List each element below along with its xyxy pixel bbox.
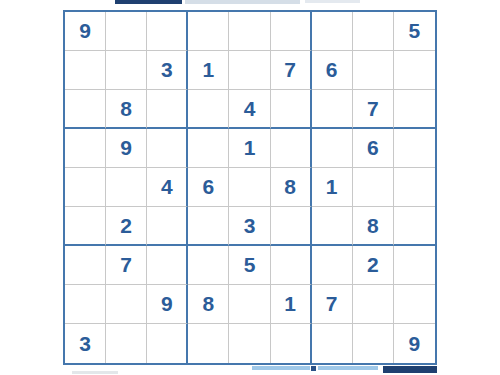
cell-r6c7[interactable] [312, 207, 353, 246]
cell-r4c2[interactable]: 9 [106, 129, 147, 168]
cell-r8c8[interactable] [353, 285, 394, 324]
cell-r8c6[interactable]: 1 [271, 285, 312, 324]
cell-r4c9[interactable] [394, 129, 435, 168]
cell-r9c6[interactable] [271, 324, 312, 363]
cell-r9c4[interactable] [188, 324, 229, 363]
cell-r4c3[interactable] [147, 129, 188, 168]
cell-r1c1[interactable]: 9 [65, 12, 106, 51]
cell-r7c1[interactable] [65, 246, 106, 285]
cell-r4c8[interactable]: 6 [353, 129, 394, 168]
cell-r4c6[interactable] [271, 129, 312, 168]
cell-r5c9[interactable] [394, 168, 435, 207]
cell-r6c9[interactable] [394, 207, 435, 246]
cell-r8c3[interactable]: 9 [147, 285, 188, 324]
cell-r2c8[interactable] [353, 51, 394, 90]
clipped-text-artifact-bottom-tick [311, 366, 316, 371]
cell-r4c1[interactable] [65, 129, 106, 168]
cell-r3c2[interactable]: 8 [106, 90, 147, 129]
cell-r1c5[interactable] [229, 12, 270, 51]
cell-r6c4[interactable] [188, 207, 229, 246]
cell-r1c3[interactable] [147, 12, 188, 51]
cell-r7c7[interactable] [312, 246, 353, 285]
cell-r9c2[interactable] [106, 324, 147, 363]
cell-r2c7[interactable]: 6 [312, 51, 353, 90]
cell-r9c3[interactable] [147, 324, 188, 363]
cell-r7c3[interactable] [147, 246, 188, 285]
cell-r6c2[interactable]: 2 [106, 207, 147, 246]
cell-r9c7[interactable] [312, 324, 353, 363]
sudoku-board: 9531768479164681238752981739 [63, 10, 437, 365]
cell-r1c2[interactable] [106, 12, 147, 51]
clipped-text-artifact-bottom-dark [383, 366, 437, 373]
cell-r5c5[interactable] [229, 168, 270, 207]
cell-r2c4[interactable]: 1 [188, 51, 229, 90]
cell-r3c3[interactable] [147, 90, 188, 129]
cell-r7c4[interactable] [188, 246, 229, 285]
cell-r3c6[interactable] [271, 90, 312, 129]
cell-r6c1[interactable] [65, 207, 106, 246]
cell-r9c9[interactable]: 9 [394, 324, 435, 363]
clipped-text-artifact-top [115, 0, 182, 4]
cell-r8c2[interactable] [106, 285, 147, 324]
cell-r3c8[interactable]: 7 [353, 90, 394, 129]
cell-r5c6[interactable]: 8 [271, 168, 312, 207]
cell-r4c4[interactable] [188, 129, 229, 168]
cell-r2c1[interactable] [65, 51, 106, 90]
cell-r6c8[interactable]: 8 [353, 207, 394, 246]
cell-r5c4[interactable]: 6 [188, 168, 229, 207]
cell-r2c3[interactable]: 3 [147, 51, 188, 90]
cell-r6c6[interactable] [271, 207, 312, 246]
cell-r5c7[interactable]: 1 [312, 168, 353, 207]
cell-r7c5[interactable]: 5 [229, 246, 270, 285]
cell-r5c2[interactable] [106, 168, 147, 207]
cell-r1c6[interactable] [271, 12, 312, 51]
cell-r5c1[interactable] [65, 168, 106, 207]
cell-r8c5[interactable] [229, 285, 270, 324]
cell-r8c9[interactable] [394, 285, 435, 324]
cell-r5c8[interactable] [353, 168, 394, 207]
cell-r2c2[interactable] [106, 51, 147, 90]
cell-r2c5[interactable] [229, 51, 270, 90]
cell-r8c4[interactable]: 8 [188, 285, 229, 324]
cell-r1c7[interactable] [312, 12, 353, 51]
cell-r7c6[interactable] [271, 246, 312, 285]
cell-r8c1[interactable] [65, 285, 106, 324]
cell-r1c9[interactable]: 5 [394, 12, 435, 51]
cell-r6c3[interactable] [147, 207, 188, 246]
cell-r1c4[interactable] [188, 12, 229, 51]
clipped-text-artifact-bottom-faint [72, 371, 118, 374]
cell-r3c4[interactable] [188, 90, 229, 129]
cell-r2c9[interactable] [394, 51, 435, 90]
cell-r3c9[interactable] [394, 90, 435, 129]
cell-r9c5[interactable] [229, 324, 270, 363]
cell-r4c5[interactable]: 1 [229, 129, 270, 168]
cell-r4c7[interactable] [312, 129, 353, 168]
sudoku-page: 9531768479164681238752981739 [0, 0, 500, 375]
cell-r9c1[interactable]: 3 [65, 324, 106, 363]
cell-r8c7[interactable]: 7 [312, 285, 353, 324]
cell-r1c8[interactable] [353, 12, 394, 51]
cell-r7c8[interactable]: 2 [353, 246, 394, 285]
cell-r6c5[interactable]: 3 [229, 207, 270, 246]
clipped-text-artifact-top-faint [185, 0, 300, 4]
clipped-text-artifact-bottom-light2 [318, 366, 378, 370]
cell-r3c5[interactable]: 4 [229, 90, 270, 129]
cell-r7c9[interactable] [394, 246, 435, 285]
cell-r5c3[interactable]: 4 [147, 168, 188, 207]
cell-r7c2[interactable]: 7 [106, 246, 147, 285]
clipped-text-artifact-bottom-light1 [252, 366, 310, 370]
cell-r9c8[interactable] [353, 324, 394, 363]
cell-r2c6[interactable]: 7 [271, 51, 312, 90]
cell-r3c7[interactable] [312, 90, 353, 129]
cell-r3c1[interactable] [65, 90, 106, 129]
clipped-text-artifact-top-faint2 [305, 0, 360, 3]
